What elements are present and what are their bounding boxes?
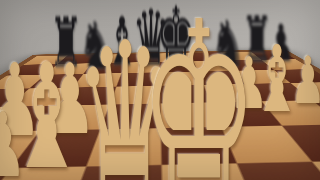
black-bishop-c8: ♝ [106, 9, 139, 75]
black-knight-b8: ♞ [79, 13, 114, 78]
black-knight-g8: ♞ [211, 12, 245, 76]
black-rook-h8: ♜ [241, 8, 272, 71]
white-pawn-g2: ♟ [291, 48, 320, 113]
pieces-layer: ♜♞♝♛♚♞♜♟♟♟♟♟♝♝♟♛♚ [0, 0, 320, 180]
white-pawn-b2: ♟ [0, 51, 42, 151]
white-pawn-c2: ♟ [44, 51, 96, 148]
black-queen-d8: ♛ [132, 0, 169, 76]
chess-set-photo: ♜♞♝♛♚♞♜♟♟♟♟♟♝♝♟♛♚ [0, 0, 320, 180]
white-bishop-f1: ♝ [252, 34, 301, 126]
white-pawn-f2: ♟ [230, 48, 268, 119]
white-bishop-c1: ♝ [8, 44, 86, 180]
black-pawn-h7: ♟ [268, 18, 295, 68]
white-pawn-a2: ♟ [0, 101, 27, 180]
white-queen-d1: ♛ [74, 16, 175, 180]
black-king-e8: ♚ [156, 0, 195, 77]
white-king-e1: ♚ [140, 0, 258, 180]
black-rook-a8: ♜ [49, 9, 83, 77]
